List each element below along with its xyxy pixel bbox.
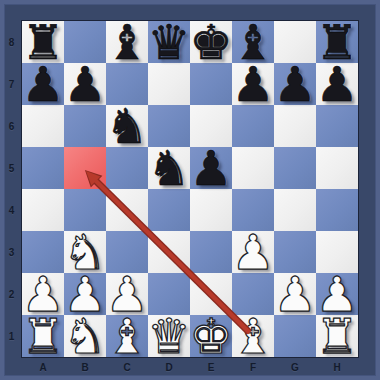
square-e5[interactable]: ♟ [190,147,232,189]
white-rook-h1[interactable]: ♜ [316,315,358,357]
square-h7[interactable]: ♟ [316,63,358,105]
square-g5[interactable] [274,147,316,189]
square-f1[interactable]: ♝ [232,315,274,357]
rank-label-3: 3 [2,231,21,273]
black-pawn-b7[interactable]: ♟ [64,63,106,105]
white-rook-a1[interactable]: ♜ [22,315,64,357]
rank-label-6: 6 [2,105,21,147]
black-pawn-g7[interactable]: ♟ [274,63,316,105]
black-pawn-e5[interactable]: ♟ [190,147,232,189]
square-e8[interactable]: ♚ [190,21,232,63]
square-d5[interactable]: ♞ [148,147,190,189]
square-a7[interactable]: ♟ [22,63,64,105]
square-h5[interactable] [316,147,358,189]
square-h1[interactable]: ♜ [316,315,358,357]
square-g7[interactable]: ♟ [274,63,316,105]
square-g2[interactable]: ♟ [274,273,316,315]
chess-board: ♜♝♛♚♝♜♟♟♟♟♟♞♞♟♞♟♟♟♟♟♟♜♞♝♛♚♝♜ [21,20,359,358]
white-bishop-c1[interactable]: ♝ [106,315,148,357]
black-pawn-a7[interactable]: ♟ [22,63,64,105]
white-knight-b1[interactable]: ♞ [64,315,106,357]
square-h4[interactable] [316,189,358,231]
black-bishop-c8[interactable]: ♝ [106,21,148,63]
white-pawn-f3[interactable]: ♟ [232,231,274,273]
rank-label-2: 2 [2,273,21,315]
chess-board-frame: 87654321 ABCDEFGH ♜♝♛♚♝♜♟♟♟♟♟♞♞♟♞♟♟♟♟♟♟♜… [0,0,380,380]
square-c4[interactable] [106,189,148,231]
black-queen-d8[interactable]: ♛ [148,21,190,63]
black-knight-c6[interactable]: ♞ [106,105,148,147]
square-b7[interactable]: ♟ [64,63,106,105]
white-king-e1[interactable]: ♚ [190,315,232,357]
white-bishop-f1[interactable]: ♝ [232,315,274,357]
rank-label-1: 1 [2,315,21,357]
square-g4[interactable] [274,189,316,231]
black-knight-d5[interactable]: ♞ [148,147,190,189]
square-b1[interactable]: ♞ [64,315,106,357]
white-pawn-g2[interactable]: ♟ [274,273,316,315]
black-pawn-f7[interactable]: ♟ [232,63,274,105]
square-e1[interactable]: ♚ [190,315,232,357]
rank-label-7: 7 [2,63,21,105]
black-king-e8[interactable]: ♚ [190,21,232,63]
square-d1[interactable]: ♛ [148,315,190,357]
square-c1[interactable]: ♝ [106,315,148,357]
square-a5[interactable] [22,147,64,189]
rank-label-4: 4 [2,189,21,231]
rank-label-8: 8 [2,21,21,63]
white-queen-d1[interactable]: ♛ [148,315,190,357]
file-label-g: G [274,357,316,378]
square-f5[interactable] [232,147,274,189]
square-c8[interactable]: ♝ [106,21,148,63]
square-a1[interactable]: ♜ [22,315,64,357]
square-e3[interactable] [190,231,232,273]
square-a4[interactable] [22,189,64,231]
square-d8[interactable]: ♛ [148,21,190,63]
square-c6[interactable]: ♞ [106,105,148,147]
square-f7[interactable]: ♟ [232,63,274,105]
square-d3[interactable] [148,231,190,273]
highlighted-square-b5[interactable] [64,147,106,189]
black-pawn-h7[interactable]: ♟ [316,63,358,105]
square-f3[interactable]: ♟ [232,231,274,273]
rank-label-5: 5 [2,147,21,189]
